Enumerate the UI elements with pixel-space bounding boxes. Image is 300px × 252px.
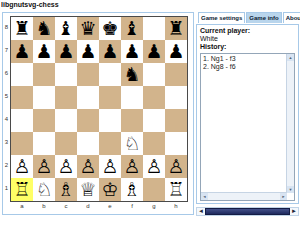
square-f3[interactable]: ♘ (121, 132, 143, 155)
history-item[interactable]: 1. Ng1 - f3 (203, 55, 286, 63)
square-b1[interactable]: ♘ (33, 178, 55, 201)
history-label: History: (200, 43, 295, 51)
square-f4[interactable] (121, 109, 143, 132)
history-list[interactable]: 1. Ng1 - f32. Ng8 - f6 ▲ ▼ ◄ ► (200, 53, 295, 201)
tab-game-settings[interactable]: Game settings (198, 12, 245, 23)
white-king-icon: ♔ (99, 178, 121, 201)
square-g7[interactable]: ♟ (143, 40, 165, 63)
square-a1[interactable]: ♖ (11, 178, 33, 201)
square-d8[interactable]: ♛ (77, 17, 99, 40)
square-b5[interactable] (33, 86, 55, 109)
file-labels: abcdefgh (11, 203, 187, 209)
square-c6[interactable] (55, 63, 77, 86)
file-label-c: c (55, 203, 77, 209)
file-label-g: g (143, 203, 165, 209)
square-a3[interactable] (11, 132, 33, 155)
white-knight-icon: ♘ (33, 178, 55, 201)
black-pawn-icon: ♟ (33, 40, 55, 63)
black-rook-icon: ♜ (165, 17, 187, 40)
square-h3[interactable] (165, 132, 187, 155)
current-player-label: Current player: (200, 27, 295, 35)
square-g1[interactable] (143, 178, 165, 201)
white-pawn-icon: ♙ (11, 155, 33, 178)
square-b4[interactable] (33, 109, 55, 132)
file-label-f: f (121, 203, 143, 209)
square-d6[interactable] (77, 63, 99, 86)
board-panel: 87654321 ♜♞♝♛♚♝♜♟♟♟♟♟♟♟♟♞♘♙♙♙♙♙♙♙♙♖♘♗♕♔♗… (2, 12, 194, 215)
square-b7[interactable]: ♟ (33, 40, 55, 63)
square-c2[interactable]: ♙ (55, 155, 77, 178)
square-g6[interactable] (143, 63, 165, 86)
square-b2[interactable]: ♙ (33, 155, 55, 178)
white-rook-icon: ♖ (165, 178, 187, 201)
file-label-e: e (99, 203, 121, 209)
square-e4[interactable] (99, 109, 121, 132)
square-e5[interactable] (99, 86, 121, 109)
square-e8[interactable]: ♚ (99, 17, 121, 40)
white-pawn-icon: ♙ (99, 155, 121, 178)
black-pawn-icon: ♟ (143, 40, 165, 63)
white-knight-icon: ♘ (121, 132, 143, 155)
square-d5[interactable] (77, 86, 99, 109)
square-c3[interactable] (55, 132, 77, 155)
black-bishop-icon: ♝ (55, 17, 77, 40)
square-d2[interactable]: ♙ (77, 155, 99, 178)
rank-label-5: 5 (3, 85, 10, 108)
square-d4[interactable] (77, 109, 99, 132)
square-e3[interactable] (99, 132, 121, 155)
square-b6[interactable] (33, 63, 55, 86)
square-h2[interactable]: ♙ (165, 155, 187, 178)
history-horizontal-scrollbar[interactable]: ◄ ► (201, 192, 287, 200)
rank-label-2: 2 (3, 154, 10, 177)
square-c7[interactable]: ♟ (55, 40, 77, 63)
tab-bar: Game settingsGame infoAbout (198, 12, 300, 23)
file-label-h: h (165, 203, 187, 209)
square-f8[interactable]: ♝ (121, 17, 143, 40)
square-f7[interactable]: ♟ (121, 40, 143, 63)
square-c4[interactable] (55, 109, 77, 132)
chess-board[interactable]: ♜♞♝♛♚♝♜♟♟♟♟♟♟♟♟♞♘♙♙♙♙♙♙♙♙♖♘♗♕♔♗♖ (10, 16, 188, 202)
scroll-right-icon[interactable]: ► (280, 193, 287, 200)
white-bishop-icon: ♗ (121, 178, 143, 201)
scroll-left-icon[interactable]: ◄ (201, 193, 208, 200)
scrollbar-thumb[interactable] (205, 208, 290, 215)
black-pawn-icon: ♟ (165, 40, 187, 63)
square-b8[interactable]: ♞ (33, 17, 55, 40)
square-c5[interactable] (55, 86, 77, 109)
square-g8[interactable] (143, 17, 165, 40)
square-g3[interactable] (143, 132, 165, 155)
square-b3[interactable] (33, 132, 55, 155)
square-d7[interactable]: ♟ (77, 40, 99, 63)
white-pawn-icon: ♙ (121, 155, 143, 178)
white-pawn-icon: ♙ (77, 155, 99, 178)
square-e2[interactable]: ♙ (99, 155, 121, 178)
square-a7[interactable]: ♟ (11, 40, 33, 63)
black-pawn-icon: ♟ (55, 40, 77, 63)
file-label-b: b (33, 203, 55, 209)
white-queen-icon: ♕ (77, 178, 99, 201)
scrollbar-right-arrow-icon[interactable]: ► (290, 208, 298, 215)
black-knight-icon: ♞ (121, 63, 143, 86)
page-horizontal-scrollbar[interactable]: ◄ ► (196, 207, 299, 216)
black-rook-icon: ♜ (11, 17, 33, 40)
tab-game-info[interactable]: Game info (246, 12, 281, 23)
history-items: 1. Ng1 - f32. Ng8 - f6 (203, 55, 286, 71)
black-pawn-icon: ♟ (77, 40, 99, 63)
square-a6[interactable] (11, 63, 33, 86)
square-h5[interactable] (165, 86, 187, 109)
square-c1[interactable]: ♗ (55, 178, 77, 201)
rank-label-6: 6 (3, 62, 10, 85)
square-a2[interactable]: ♙ (11, 155, 33, 178)
rank-label-1: 1 (3, 177, 10, 200)
white-pawn-icon: ♙ (143, 155, 165, 178)
square-a5[interactable] (11, 86, 33, 109)
black-pawn-icon: ♟ (99, 40, 121, 63)
file-label-d: d (77, 203, 99, 209)
scrollbar-left-arrow-icon[interactable]: ◄ (197, 208, 205, 215)
current-player-value: White (200, 35, 295, 43)
square-g4[interactable] (143, 109, 165, 132)
white-rook-icon: ♖ (11, 178, 33, 201)
white-bishop-icon: ♗ (55, 178, 77, 201)
file-label-a: a (11, 203, 33, 209)
white-pawn-icon: ♙ (165, 155, 187, 178)
rank-labels: 87654321 (3, 16, 10, 200)
square-h6[interactable] (165, 63, 187, 86)
tab-about[interactable]: About (283, 12, 300, 23)
black-queen-icon: ♛ (77, 17, 99, 40)
black-pawn-icon: ♟ (121, 40, 143, 63)
square-c8[interactable]: ♝ (55, 17, 77, 40)
history-vertical-scrollbar[interactable]: ▲ ▼ (286, 54, 294, 193)
white-pawn-icon: ♙ (55, 155, 77, 178)
square-g5[interactable] (143, 86, 165, 109)
square-f2[interactable]: ♙ (121, 155, 143, 178)
square-h4[interactable] (165, 109, 187, 132)
rank-label-3: 3 (3, 131, 10, 154)
rank-label-7: 7 (3, 39, 10, 62)
window-title: libgnutsvg-chess (1, 1, 59, 8)
scroll-down-icon[interactable]: ▼ (287, 186, 294, 193)
rank-label-4: 4 (3, 108, 10, 131)
game-info-panel: Current player: White History: 1. Ng1 - … (196, 24, 299, 204)
square-h8[interactable]: ♜ (165, 17, 187, 40)
square-h7[interactable]: ♟ (165, 40, 187, 63)
square-f6[interactable]: ♞ (121, 63, 143, 86)
square-e1[interactable]: ♔ (99, 178, 121, 201)
square-a8[interactable]: ♜ (11, 17, 33, 40)
square-g2[interactable]: ♙ (143, 155, 165, 178)
square-h1[interactable]: ♖ (165, 178, 187, 201)
square-a4[interactable] (11, 109, 33, 132)
square-d3[interactable] (77, 132, 99, 155)
square-e6[interactable] (99, 63, 121, 86)
black-bishop-icon: ♝ (121, 17, 143, 40)
rank-label-8: 8 (3, 16, 10, 39)
square-d1[interactable]: ♕ (77, 178, 99, 201)
scroll-up-icon[interactable]: ▲ (287, 54, 294, 61)
black-pawn-icon: ♟ (11, 40, 33, 63)
square-f5[interactable] (121, 86, 143, 109)
square-f1[interactable]: ♗ (121, 178, 143, 201)
black-king-icon: ♚ (99, 17, 121, 40)
white-pawn-icon: ♙ (33, 155, 55, 178)
history-item[interactable]: 2. Ng8 - f6 (203, 63, 286, 71)
square-e7[interactable]: ♟ (99, 40, 121, 63)
black-knight-icon: ♞ (33, 17, 55, 40)
